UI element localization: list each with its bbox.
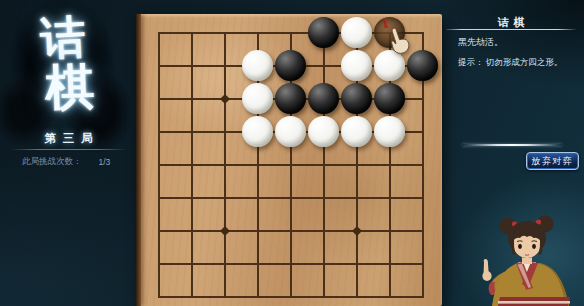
board-cell[interactable] [340,49,373,82]
board-cell[interactable] [241,181,274,214]
board-cell[interactable] [307,115,340,148]
board-cell[interactable] [373,82,406,115]
board-cell[interactable]: 1 [373,16,406,49]
board-cell[interactable] [175,115,208,148]
board-cell[interactable] [373,115,406,148]
board-cell[interactable] [142,16,175,49]
title-underline [446,29,576,30]
section-divider-line [462,144,562,146]
board-cell[interactable] [208,49,241,82]
puzzle-hint-text: 提示： 切勿形成方四之形。 [458,57,562,69]
white-stone [341,17,372,48]
board-cell[interactable] [241,148,274,181]
board-cell[interactable] [406,280,439,306]
black-stone [308,83,339,114]
board-cell[interactable] [307,247,340,280]
board-cell[interactable] [241,280,274,306]
board-cell[interactable] [208,247,241,280]
board-cell[interactable] [274,280,307,306]
board-cell[interactable] [274,115,307,148]
board-cell[interactable] [274,148,307,181]
board-cell[interactable] [340,214,373,247]
board-cell[interactable] [208,181,241,214]
board-cell[interactable] [406,247,439,280]
board-cell[interactable] [241,247,274,280]
board-cell[interactable] [274,16,307,49]
panel-divider [10,149,127,150]
board-cell[interactable] [274,214,307,247]
puzzle-side-panel: 诘 棋 第三局 此局挑战次数： 1/3 [0,0,137,306]
board-left-rim [136,14,141,306]
board-cell[interactable] [175,280,208,306]
companion-character [470,210,584,306]
board-cell[interactable] [406,16,439,49]
board-cell[interactable] [142,214,175,247]
board-cell[interactable] [307,82,340,115]
board-cell[interactable] [175,181,208,214]
board-cell[interactable] [307,49,340,82]
board-cell[interactable] [373,148,406,181]
forfeit-game-button[interactable]: 放弃对弈 [526,152,579,170]
board-cell[interactable] [208,280,241,306]
game-screen: 诘 棋 第三局 此局挑战次数： 1/3 1 诘棋 黑先劫活。 提示： 切勿形成方… [0,0,584,306]
white-stone [341,50,372,81]
board-cell[interactable] [274,247,307,280]
board-cell[interactable] [340,82,373,115]
puzzle-title: 诘棋 [444,15,578,30]
board-cell[interactable] [340,148,373,181]
board-cell[interactable] [340,181,373,214]
board-cell[interactable] [373,280,406,306]
board-cell[interactable] [142,181,175,214]
board-cell[interactable] [307,181,340,214]
board-cell[interactable] [307,16,340,49]
board-cell[interactable] [208,82,241,115]
star-point [220,226,230,236]
board-cell[interactable] [373,181,406,214]
board-cell[interactable] [373,247,406,280]
board-cell[interactable] [241,49,274,82]
board-cell[interactable] [241,82,274,115]
round-label: 第三局 [0,131,137,146]
board-cell[interactable] [373,214,406,247]
board-cell[interactable] [142,115,175,148]
board-cell[interactable] [406,214,439,247]
white-stone [242,50,273,81]
board-cell[interactable] [307,214,340,247]
star-point [352,226,362,236]
board-cell[interactable] [307,280,340,306]
board-cell[interactable] [340,247,373,280]
board-cell[interactable] [406,82,439,115]
black-stone [407,50,438,81]
board-cell[interactable] [340,115,373,148]
attempt-counter: 此局挑战次数： 1/3 [22,156,110,168]
board-cell[interactable] [175,148,208,181]
board-cell[interactable] [274,181,307,214]
board-cell[interactable] [406,148,439,181]
black-stone [341,83,372,114]
attempt-counter-label: 此局挑战次数： [22,156,82,168]
calligraphy-title-char-2: 棋 [13,53,127,123]
board-cell[interactable] [208,16,241,49]
puzzle-objective-text: 黑先劫活。 [458,36,503,49]
white-stone [275,116,306,147]
board-cell[interactable] [208,115,241,148]
board-cell[interactable] [340,16,373,49]
hand-cursor-icon [386,25,410,55]
board-cell[interactable] [274,49,307,82]
white-stone [242,116,273,147]
board-cell[interactable] [406,115,439,148]
board-cell[interactable] [241,214,274,247]
black-stone [374,83,405,114]
board-cell[interactable] [142,247,175,280]
black-stone [308,17,339,48]
attempt-counter-value: 1/3 [99,157,111,167]
board-cell[interactable] [175,247,208,280]
star-point [220,94,230,104]
board-cell[interactable] [241,16,274,49]
black-stone [275,50,306,81]
black-stone [275,83,306,114]
white-stone [341,116,372,147]
board-cell[interactable] [406,181,439,214]
board-cell[interactable] [142,148,175,181]
board-cell[interactable] [175,49,208,82]
board-cell[interactable] [142,82,175,115]
board-cell[interactable] [175,16,208,49]
white-stone [242,83,273,114]
board-cell[interactable] [307,148,340,181]
go-board: 1 [136,14,442,306]
board-cell[interactable] [175,82,208,115]
go-board-grid: 1 [142,16,439,306]
board-cell[interactable] [208,148,241,181]
board-cell[interactable] [142,280,175,306]
white-stone [374,116,405,147]
board-cell[interactable] [142,49,175,82]
board-cell[interactable] [241,115,274,148]
board-cell[interactable] [340,280,373,306]
white-stone [308,116,339,147]
board-cell[interactable] [274,82,307,115]
board-cell[interactable] [208,214,241,247]
board-cell[interactable] [175,214,208,247]
board-cell[interactable] [406,49,439,82]
